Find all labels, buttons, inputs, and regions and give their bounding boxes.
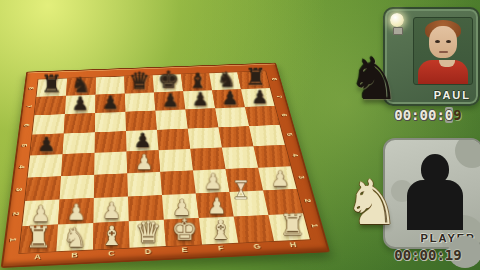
square-f3[interactable]: ♟ <box>193 169 230 193</box>
player-timer-value: 00:00:19 <box>394 247 461 263</box>
square-b3[interactable] <box>60 175 95 200</box>
piece-black-pawn-d5[interactable]: ♟ <box>134 131 152 151</box>
rank-label-1: 1 <box>296 220 333 232</box>
square-b5[interactable] <box>62 132 94 154</box>
square-b4[interactable] <box>61 153 95 176</box>
square-g3[interactable] <box>226 168 263 192</box>
square-f4[interactable] <box>190 148 225 171</box>
square-e3[interactable] <box>160 170 196 195</box>
square-c4[interactable] <box>94 152 127 175</box>
square-d7[interactable] <box>125 92 156 111</box>
square-b1[interactable]: ♞ <box>56 223 93 251</box>
piece-black-pawn-c7[interactable]: ♟ <box>102 94 119 113</box>
square-c1[interactable]: ♝ <box>93 221 130 249</box>
rank-label-4: 4 <box>278 150 311 160</box>
panel-decor-disc <box>455 138 480 168</box>
rank-label-4: 4 <box>5 161 38 172</box>
rank-label-2: 2 <box>290 195 326 207</box>
square-e6[interactable] <box>155 109 187 129</box>
square-f1[interactable]: ♝ <box>199 216 238 244</box>
avatar-mouth <box>439 51 448 53</box>
chess-board: ♜♞♛♚♝♞♜♟♟♟♟♟♟♟♟♟♟♟♟♟♟♟♟♜♞♝♛♚♝♜ ABCDEFGH … <box>1 63 330 268</box>
player-side-knight-icon: ♞ <box>344 172 400 234</box>
square-b6[interactable] <box>64 113 95 134</box>
rank-label-2: 2 <box>0 208 33 220</box>
piece-black-pawn-b7[interactable]: ♟ <box>72 95 89 114</box>
hint-bulb-icon[interactable] <box>390 13 405 35</box>
avatar-eye <box>435 40 440 43</box>
opponent-side-knight-icon: ♞ <box>348 50 400 108</box>
square-c6[interactable] <box>95 112 126 133</box>
bulb-base <box>393 27 403 35</box>
piece-white-queen-d1[interactable]: ♛ <box>135 217 161 247</box>
piece-white-knight-b1[interactable]: ♞ <box>63 224 87 251</box>
opponent-name: PAUL <box>389 89 471 101</box>
rank-label-8: 8 <box>16 84 45 92</box>
square-f7[interactable]: ♟ <box>183 90 215 109</box>
square-f5[interactable] <box>188 127 222 149</box>
square-d1[interactable]: ♛ <box>129 220 166 248</box>
rank-label-6: 6 <box>268 111 299 120</box>
rank-label-1: 1 <box>0 233 31 246</box>
square-d3[interactable] <box>127 172 162 197</box>
piece-white-pawn-b2[interactable]: ♟ <box>66 202 86 224</box>
opponent-avatar <box>413 17 473 85</box>
hourglass-icon <box>234 180 248 199</box>
square-d4[interactable]: ♟ <box>127 150 161 173</box>
piece-black-knight-b8[interactable]: ♞ <box>71 74 90 95</box>
square-c3[interactable] <box>94 173 128 198</box>
rank-label-8: 8 <box>259 75 289 83</box>
square-c2[interactable]: ♟ <box>93 197 128 223</box>
player-silhouette-shoulders <box>407 180 463 230</box>
square-g7[interactable]: ♟ <box>212 89 245 108</box>
square-f6[interactable] <box>185 108 218 128</box>
opponent-timer-last-digit: 9 <box>453 107 461 123</box>
rank-label-3: 3 <box>1 184 35 195</box>
piece-white-bishop-c1[interactable]: ♝ <box>99 222 123 249</box>
bulb-glass <box>390 13 404 27</box>
piece-black-pawn-e7[interactable]: ♟ <box>162 91 179 110</box>
square-e5[interactable] <box>157 129 190 151</box>
piece-white-king-e1[interactable]: ♚ <box>171 216 197 245</box>
player-timer: 00:00:19 <box>382 247 474 263</box>
square-d8[interactable]: ♛ <box>124 75 154 93</box>
piece-black-pawn-g7[interactable]: ♟ <box>222 89 239 108</box>
square-b2[interactable]: ♟ <box>58 198 94 225</box>
piece-white-pawn-d4[interactable]: ♟ <box>135 152 153 172</box>
game-screen: ♜♞♛♚♝♞♜♟♟♟♟♟♟♟♟♟♟♟♟♟♟♟♟♜♞♝♛♚♝♜ ABCDEFGH … <box>0 0 480 270</box>
square-c7[interactable]: ♟ <box>95 94 125 113</box>
square-g6[interactable] <box>215 107 249 127</box>
square-e1[interactable]: ♚ <box>164 218 202 246</box>
opponent-timer-prefix: 00:00: <box>394 107 445 123</box>
piece-white-pawn-c2[interactable]: ♟ <box>101 200 121 222</box>
piece-white-bishop-f1[interactable]: ♝ <box>208 217 232 243</box>
piece-black-king-e8[interactable]: ♚ <box>158 68 179 92</box>
rank-label-3: 3 <box>284 172 319 183</box>
square-d6[interactable] <box>125 111 157 131</box>
rank-label-5: 5 <box>8 140 40 150</box>
square-g4[interactable] <box>222 146 258 169</box>
piece-black-queen-d8[interactable]: ♛ <box>129 69 150 93</box>
rank-label-5: 5 <box>273 130 305 140</box>
piece-white-pawn-f3[interactable]: ♟ <box>203 172 222 193</box>
rank-label-7: 7 <box>13 102 43 111</box>
avatar-eye <box>446 40 451 43</box>
square-e4[interactable] <box>158 149 192 172</box>
piece-white-pawn-f2[interactable]: ♟ <box>207 196 227 218</box>
square-e7[interactable]: ♟ <box>154 91 185 110</box>
avatar-face <box>429 26 457 58</box>
avatar-shirt <box>418 60 468 85</box>
rank-label-6: 6 <box>11 121 42 130</box>
square-d5[interactable]: ♟ <box>126 130 159 152</box>
avatar-collar <box>439 60 455 67</box>
piece-black-pawn-f7[interactable]: ♟ <box>192 90 209 109</box>
square-b7[interactable]: ♟ <box>65 95 96 114</box>
rank-label-7: 7 <box>264 92 294 101</box>
piece-black-pawn-a5[interactable]: ♟ <box>37 135 55 155</box>
